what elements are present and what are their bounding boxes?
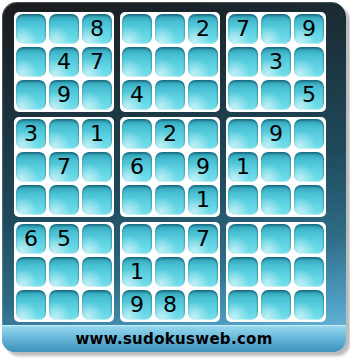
- cell-r6c2[interactable]: [49, 185, 79, 215]
- cell-r9c8[interactable]: [261, 290, 291, 320]
- cell-r2c3[interactable]: 7: [82, 47, 112, 77]
- cell-r4c3[interactable]: 1: [82, 119, 112, 149]
- website-url: www.sudokusweb.com: [75, 330, 272, 348]
- cell-r3c4[interactable]: 4: [122, 80, 152, 110]
- cell-r2c7[interactable]: [228, 47, 258, 77]
- cell-r8c9[interactable]: [294, 257, 324, 287]
- cell-r4c4[interactable]: [122, 119, 152, 149]
- cell-r3c1[interactable]: [16, 80, 46, 110]
- box-3-2: 7198: [120, 222, 220, 322]
- cell-r7c2[interactable]: 5: [49, 224, 79, 254]
- cell-r6c4[interactable]: [122, 185, 152, 215]
- cell-r5c1[interactable]: [16, 152, 46, 182]
- box-3-1: 65: [14, 222, 114, 322]
- cell-r9c1[interactable]: [16, 290, 46, 320]
- cell-r7c7[interactable]: [228, 224, 258, 254]
- cell-r7c5[interactable]: [155, 224, 185, 254]
- cell-r7c1[interactable]: 6: [16, 224, 46, 254]
- cell-r8c4[interactable]: 1: [122, 257, 152, 287]
- cell-r7c6[interactable]: 7: [188, 224, 218, 254]
- cell-r2c6[interactable]: [188, 47, 218, 77]
- cell-r3c8[interactable]: [261, 80, 291, 110]
- footer-banner: www.sudokusweb.com: [2, 325, 346, 352]
- box-1-2: 24: [120, 12, 220, 112]
- cell-r7c9[interactable]: [294, 224, 324, 254]
- cell-r3c7[interactable]: [228, 80, 258, 110]
- cell-r9c7[interactable]: [228, 290, 258, 320]
- box-1-1: 8479: [14, 12, 114, 112]
- cell-r9c6[interactable]: [188, 290, 218, 320]
- cell-r9c3[interactable]: [82, 290, 112, 320]
- cell-r4c1[interactable]: 3: [16, 119, 46, 149]
- cell-r5c6[interactable]: 9: [188, 152, 218, 182]
- cell-r7c8[interactable]: [261, 224, 291, 254]
- cell-r5c3[interactable]: [82, 152, 112, 182]
- cell-r8c6[interactable]: [188, 257, 218, 287]
- box-3-3: [226, 222, 326, 322]
- cell-r8c7[interactable]: [228, 257, 258, 287]
- cell-r9c9[interactable]: [294, 290, 324, 320]
- cell-r3c9[interactable]: 5: [294, 80, 324, 110]
- cell-r2c4[interactable]: [122, 47, 152, 77]
- cell-r8c2[interactable]: [49, 257, 79, 287]
- cell-r8c1[interactable]: [16, 257, 46, 287]
- cell-r1c4[interactable]: [122, 14, 152, 44]
- cell-r3c3[interactable]: [82, 80, 112, 110]
- cell-r6c1[interactable]: [16, 185, 46, 215]
- cell-r4c5[interactable]: 2: [155, 119, 185, 149]
- cell-r1c5[interactable]: [155, 14, 185, 44]
- cell-r2c2[interactable]: 4: [49, 47, 79, 77]
- cell-r1c3[interactable]: 8: [82, 14, 112, 44]
- cell-r1c9[interactable]: 9: [294, 14, 324, 44]
- sudoku-grid: 8479247935317269191657198: [14, 12, 326, 322]
- cell-r9c4[interactable]: 9: [122, 290, 152, 320]
- cell-r2c1[interactable]: [16, 47, 46, 77]
- cell-r8c3[interactable]: [82, 257, 112, 287]
- cell-r1c2[interactable]: [49, 14, 79, 44]
- cell-r4c8[interactable]: 9: [261, 119, 291, 149]
- cell-r4c7[interactable]: [228, 119, 258, 149]
- cell-r7c3[interactable]: [82, 224, 112, 254]
- cell-r2c9[interactable]: [294, 47, 324, 77]
- page: 8479247935317269191657198 www.sudokusweb…: [0, 0, 350, 360]
- cell-r6c5[interactable]: [155, 185, 185, 215]
- cell-r4c2[interactable]: [49, 119, 79, 149]
- cell-r6c3[interactable]: [82, 185, 112, 215]
- cell-r5c8[interactable]: [261, 152, 291, 182]
- cell-r7c4[interactable]: [122, 224, 152, 254]
- box-2-1: 317: [14, 117, 114, 217]
- box-1-3: 7935: [226, 12, 326, 112]
- cell-r1c7[interactable]: 7: [228, 14, 258, 44]
- cell-r6c9[interactable]: [294, 185, 324, 215]
- cell-r5c5[interactable]: [155, 152, 185, 182]
- cell-r3c6[interactable]: [188, 80, 218, 110]
- cell-r2c5[interactable]: [155, 47, 185, 77]
- cell-r8c8[interactable]: [261, 257, 291, 287]
- cell-r1c8[interactable]: [261, 14, 291, 44]
- cell-r6c8[interactable]: [261, 185, 291, 215]
- cell-r5c7[interactable]: 1: [228, 152, 258, 182]
- cell-r6c7[interactable]: [228, 185, 258, 215]
- cell-r3c5[interactable]: [155, 80, 185, 110]
- cell-r9c5[interactable]: 8: [155, 290, 185, 320]
- cell-r5c4[interactable]: 6: [122, 152, 152, 182]
- cell-r4c9[interactable]: [294, 119, 324, 149]
- box-2-2: 2691: [120, 117, 220, 217]
- cell-r9c2[interactable]: [49, 290, 79, 320]
- cell-r1c1[interactable]: [16, 14, 46, 44]
- cell-r5c9[interactable]: [294, 152, 324, 182]
- sudoku-board: 8479247935317269191657198 www.sudokusweb…: [2, 2, 346, 352]
- cell-r4c6[interactable]: [188, 119, 218, 149]
- cell-r2c8[interactable]: 3: [261, 47, 291, 77]
- cell-r6c6[interactable]: 1: [188, 185, 218, 215]
- cell-r3c2[interactable]: 9: [49, 80, 79, 110]
- cell-r1c6[interactable]: 2: [188, 14, 218, 44]
- box-2-3: 91: [226, 117, 326, 217]
- cell-r8c5[interactable]: [155, 257, 185, 287]
- cell-r5c2[interactable]: 7: [49, 152, 79, 182]
